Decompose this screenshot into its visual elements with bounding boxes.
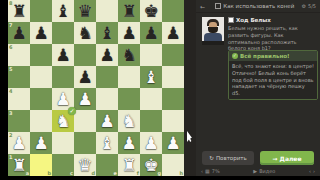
square-c3[interactable]: ♞✓	[52, 110, 74, 132]
white-rook-a1[interactable]: ♜	[8, 154, 30, 176]
square-a4[interactable]: 4	[8, 88, 30, 110]
square-d1[interactable]: d♛	[74, 154, 96, 176]
check-circle-icon: ✓	[232, 53, 238, 59]
square-f2[interactable]: ♟	[118, 132, 140, 154]
white-to-move-icon	[228, 17, 234, 23]
square-d8[interactable]: ♛	[74, 0, 96, 22]
square-a3[interactable]: 3	[8, 110, 30, 132]
square-g5[interactable]: ♝	[140, 66, 162, 88]
rank-label-3: 3	[9, 110, 12, 116]
video-play-icon[interactable]: ▶	[253, 168, 257, 174]
lesson-progress-count: 5/5	[308, 3, 316, 9]
square-a7[interactable]: 7♟	[8, 22, 30, 44]
square-h4[interactable]	[162, 88, 184, 110]
square-b4[interactable]	[30, 88, 52, 110]
rank-label-6: 6	[9, 44, 12, 50]
square-f8[interactable]: ♜	[118, 0, 140, 22]
square-g2[interactable]: ♟	[140, 132, 162, 154]
grid-icon[interactable]: ▦	[205, 168, 210, 174]
square-h2[interactable]: ♟	[162, 132, 184, 154]
rank-label-5: 5	[9, 66, 12, 72]
white-knight-f3[interactable]: ♞	[118, 110, 140, 132]
square-b7[interactable]: ♟	[30, 22, 52, 44]
square-e2[interactable]: ♝	[96, 132, 118, 154]
white-bishop-g5[interactable]: ♝	[140, 66, 162, 88]
white-pawn-f2[interactable]: ♟	[118, 132, 140, 154]
white-rook-f1[interactable]: ♜	[118, 154, 140, 176]
lesson-instruction-text: Белым нужно решить, как развить фигуры. …	[228, 25, 314, 52]
square-a2[interactable]: 2♟	[8, 132, 30, 154]
retry-icon: ↻	[209, 155, 214, 161]
black-pawn-f7[interactable]: ♟	[118, 22, 140, 44]
square-d5[interactable]: ♟	[74, 66, 96, 88]
square-b5[interactable]	[30, 66, 52, 88]
correct-move-check-badge: ✓	[68, 107, 76, 115]
square-d4[interactable]: ♟	[74, 88, 96, 110]
black-rook-a8[interactable]: ♜	[8, 0, 30, 22]
prev-step-icon[interactable]: ‹	[309, 168, 311, 174]
white-queen-d1[interactable]: ♛	[74, 154, 96, 176]
gear-icon[interactable]: ⚙	[301, 3, 305, 9]
square-f7[interactable]: ♟	[118, 22, 140, 44]
square-c8[interactable]: ♝	[52, 0, 74, 22]
black-pawn-a7[interactable]: ♟	[8, 22, 30, 44]
square-g4[interactable]	[140, 88, 162, 110]
coach-avatar	[202, 17, 224, 45]
square-h3[interactable]	[162, 110, 184, 132]
square-b3[interactable]	[30, 110, 52, 132]
black-rook-f8[interactable]: ♜	[118, 0, 140, 22]
square-h7[interactable]: ♟	[162, 22, 184, 44]
avatar-shirt	[204, 33, 222, 41]
square-c6[interactable]: ♟	[52, 44, 74, 66]
retry-button[interactable]: ↻ Повторить	[202, 151, 254, 165]
white-pawn-e3[interactable]: ♟	[96, 110, 118, 132]
black-bishop-c8[interactable]: ♝	[52, 0, 74, 22]
square-b6[interactable]	[30, 44, 52, 66]
square-g3[interactable]	[140, 110, 162, 132]
square-d2[interactable]	[74, 132, 96, 154]
square-h8[interactable]	[162, 0, 184, 22]
coach-message: Ход Белых Белым нужно решить, как развит…	[228, 17, 314, 52]
next-arrow-icon: →	[273, 155, 278, 162]
black-pawn-b7[interactable]: ♟	[30, 22, 52, 44]
back-arrow-icon[interactable]: ←	[200, 3, 205, 10]
mouse-cursor	[187, 131, 194, 142]
square-e1[interactable]: e	[96, 154, 118, 176]
square-g8[interactable]: ♚	[140, 0, 162, 22]
square-e7[interactable]: ♝	[96, 22, 118, 44]
square-f5[interactable]	[118, 66, 140, 88]
square-h5[interactable]	[162, 66, 184, 88]
black-knight-f6[interactable]: ♞	[118, 44, 140, 66]
square-f4[interactable]	[118, 88, 140, 110]
move-turn-header: Ход Белых	[236, 17, 271, 23]
white-king-g1[interactable]: ♚	[140, 154, 162, 176]
square-g1[interactable]: g♚	[140, 154, 162, 176]
square-a6[interactable]: 6	[8, 44, 30, 66]
square-h1[interactable]: h	[162, 154, 184, 176]
square-f1[interactable]: f♜	[118, 154, 140, 176]
lesson-panel: ← Как использовать коней ⚙ 5/5 Ход Белых…	[196, 0, 320, 176]
square-g7[interactable]: ♟	[140, 22, 162, 44]
square-c2[interactable]	[52, 132, 74, 154]
white-pawn-h2[interactable]: ♟	[162, 132, 184, 154]
square-e4[interactable]	[96, 88, 118, 110]
chess-board[interactable]: 8♜♝♛♜♚7♟♟♞♝♟♟♟6♟♟♞5♟♝4♟♟3♞✓♟♞2♟♟♝♟♟♟1a♜b…	[8, 0, 184, 176]
rank-label-4: 4	[9, 88, 12, 94]
square-f3[interactable]: ♞	[118, 110, 140, 132]
next-button[interactable]: → Далее	[260, 151, 314, 165]
white-pawn-g2[interactable]: ♟	[140, 132, 162, 154]
square-c7[interactable]	[52, 22, 74, 44]
square-a5[interactable]: 5	[8, 66, 30, 88]
panel-topbar: ← Как использовать коней ⚙ 5/5	[196, 0, 320, 13]
white-pawn-a2[interactable]: ♟	[8, 132, 30, 154]
avatar-caption-band	[202, 41, 224, 45]
left-black-rail	[0, 0, 8, 180]
square-e8[interactable]	[96, 0, 118, 22]
collapse-icon[interactable]: ‹	[201, 168, 203, 174]
square-b1[interactable]: b	[30, 154, 52, 176]
black-king-g8[interactable]: ♚	[140, 0, 162, 22]
black-pawn-g7[interactable]: ♟	[140, 22, 162, 44]
black-bishop-e7[interactable]: ♝	[96, 22, 118, 44]
lesson-title: Как использовать коней	[223, 3, 294, 9]
square-e5[interactable]	[96, 66, 118, 88]
white-pawn-d4[interactable]: ♟	[74, 88, 96, 110]
square-a1[interactable]: 1a♜	[8, 154, 30, 176]
white-bishop-e2[interactable]: ♝	[96, 132, 118, 154]
black-pawn-e6[interactable]: ♟	[96, 44, 118, 66]
square-b2[interactable]: ♟	[30, 132, 52, 154]
correct-answer-callout: ✓ Всё правильно! Всё, что знают кони: в …	[228, 50, 318, 100]
square-c5[interactable]	[52, 66, 74, 88]
white-pawn-b2[interactable]: ♟	[30, 132, 52, 154]
square-d3[interactable]	[74, 110, 96, 132]
black-knight-d7[interactable]: ♞	[74, 22, 96, 44]
square-a8[interactable]: 8♜	[8, 0, 30, 22]
square-e6[interactable]: ♟	[96, 44, 118, 66]
panel-bottombar: ‹ ▦ 7% ▶ Видео ‹ ›	[196, 166, 320, 176]
course-progress-percent: 7%	[212, 168, 220, 174]
square-f6[interactable]: ♞	[118, 44, 140, 66]
square-d6[interactable]	[74, 44, 96, 66]
square-h6[interactable]	[162, 44, 184, 66]
video-label[interactable]: Видео	[259, 168, 275, 174]
next-step-icon[interactable]: ›	[313, 168, 315, 174]
black-queen-d8[interactable]: ♛	[74, 0, 96, 22]
black-pawn-c6[interactable]: ♟	[52, 44, 74, 66]
square-g6[interactable]	[140, 44, 162, 66]
bottom-letterbox-bar	[0, 176, 320, 180]
black-pawn-h7[interactable]: ♟	[162, 22, 184, 44]
correct-answer-header: Всё правильно!	[240, 53, 289, 59]
square-c1[interactable]: c	[52, 154, 74, 176]
black-pawn-d5[interactable]: ♟	[74, 66, 96, 88]
square-d7[interactable]: ♞	[74, 22, 96, 44]
square-b8[interactable]	[30, 0, 52, 22]
correct-answer-text: Всё, что знают кони: в центре! Отлично! …	[229, 61, 317, 99]
square-e3[interactable]: ♟	[96, 110, 118, 132]
lesson-icon	[215, 3, 221, 9]
